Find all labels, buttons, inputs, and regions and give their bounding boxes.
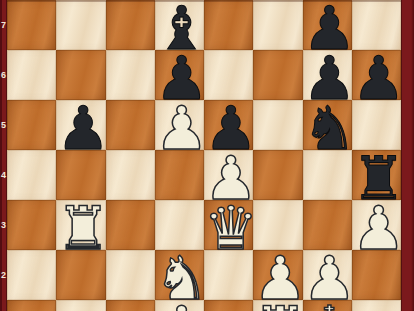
square-b7 (56, 0, 105, 50)
square-b1 (56, 300, 105, 311)
piece-black-rook-h4-icon: ♜ (352, 153, 401, 203)
square-a3 (7, 200, 56, 250)
piece-white-bishop-d1-icon: ♝ (155, 303, 204, 311)
square-g1: ♚ (303, 300, 352, 311)
rank-label-6: 6 (0, 70, 7, 80)
piece-white-pawn-d5-icon: ♟ (155, 103, 204, 153)
piece-white-knight-d2-icon: ♞ (155, 253, 204, 303)
board-top-crop-shade (7, 0, 401, 2)
chess-diagram-frame: ♝♟♟♟♟♟♟♟♞♟♜♜♛♟♞♟♟♝♜♚ 765432 (0, 0, 414, 311)
square-g4 (303, 150, 352, 200)
piece-white-rook-f1-icon: ♜ (253, 303, 302, 311)
piece-white-rook-b3-icon: ♜ (56, 203, 105, 253)
piece-white-queen-e3-icon: ♛ (204, 203, 253, 253)
piece-black-pawn-h6-icon: ♟ (352, 53, 401, 103)
piece-white-king-g1-icon: ♚ (303, 303, 352, 311)
square-h2 (352, 250, 401, 300)
rank-label-7: 7 (0, 20, 7, 30)
piece-white-pawn-f2-icon: ♟ (253, 253, 302, 303)
square-c3 (106, 200, 155, 250)
square-g7: ♟ (303, 0, 352, 50)
square-a5 (7, 100, 56, 150)
square-f3 (253, 200, 302, 250)
square-e4: ♟ (204, 150, 253, 200)
square-e5: ♟ (204, 100, 253, 150)
square-f4 (253, 150, 302, 200)
piece-black-pawn-b5-icon: ♟ (56, 103, 105, 153)
square-c2 (106, 250, 155, 300)
square-h3: ♟ (352, 200, 401, 250)
square-d7: ♝ (155, 0, 204, 50)
square-h7 (352, 0, 401, 50)
square-d1: ♝ (155, 300, 204, 311)
square-h6: ♟ (352, 50, 401, 100)
square-a6 (7, 50, 56, 100)
square-f6 (253, 50, 302, 100)
piece-white-pawn-g2-icon: ♟ (303, 253, 352, 303)
square-g5: ♞ (303, 100, 352, 150)
square-c4 (106, 150, 155, 200)
square-b4 (56, 150, 105, 200)
rank-labels: 765432 (0, 0, 7, 311)
rank-label-4: 4 (0, 170, 7, 180)
piece-black-pawn-e5-icon: ♟ (204, 103, 253, 153)
rank-label-2: 2 (0, 270, 7, 280)
square-e2 (204, 250, 253, 300)
square-a2 (7, 250, 56, 300)
square-c5 (106, 100, 155, 150)
square-e3: ♛ (204, 200, 253, 250)
square-f7 (253, 0, 302, 50)
square-d2: ♞ (155, 250, 204, 300)
piece-black-pawn-g6-icon: ♟ (303, 53, 352, 103)
square-g3 (303, 200, 352, 250)
square-f1: ♜ (253, 300, 302, 311)
piece-black-knight-g5-icon: ♞ (303, 103, 352, 153)
square-e7 (204, 0, 253, 50)
square-a7 (7, 0, 56, 50)
square-g2: ♟ (303, 250, 352, 300)
piece-black-bishop-d7-icon: ♝ (155, 3, 204, 53)
square-d5: ♟ (155, 100, 204, 150)
piece-black-pawn-d6-icon: ♟ (155, 53, 204, 103)
square-d3 (155, 200, 204, 250)
piece-white-pawn-h3-icon: ♟ (352, 203, 401, 253)
square-f2: ♟ (253, 250, 302, 300)
square-e1 (204, 300, 253, 311)
square-g6: ♟ (303, 50, 352, 100)
square-h4: ♜ (352, 150, 401, 200)
board: ♝♟♟♟♟♟♟♟♞♟♜♜♛♟♞♟♟♝♜♚ (7, 0, 401, 311)
square-b3: ♜ (56, 200, 105, 250)
square-e6 (204, 50, 253, 100)
square-f5 (253, 100, 302, 150)
piece-black-pawn-g7-icon: ♟ (303, 3, 352, 53)
rank-label-3: 3 (0, 220, 7, 230)
square-h5 (352, 100, 401, 150)
square-c1 (106, 300, 155, 311)
rank-label-5: 5 (0, 120, 7, 130)
piece-white-pawn-e4-icon: ♟ (204, 153, 253, 203)
square-a1 (7, 300, 56, 311)
square-d4 (155, 150, 204, 200)
square-a4 (7, 150, 56, 200)
square-h1 (352, 300, 401, 311)
square-b5: ♟ (56, 100, 105, 150)
square-b6 (56, 50, 105, 100)
square-c6 (106, 50, 155, 100)
square-d6: ♟ (155, 50, 204, 100)
square-b2 (56, 250, 105, 300)
square-c7 (106, 0, 155, 50)
